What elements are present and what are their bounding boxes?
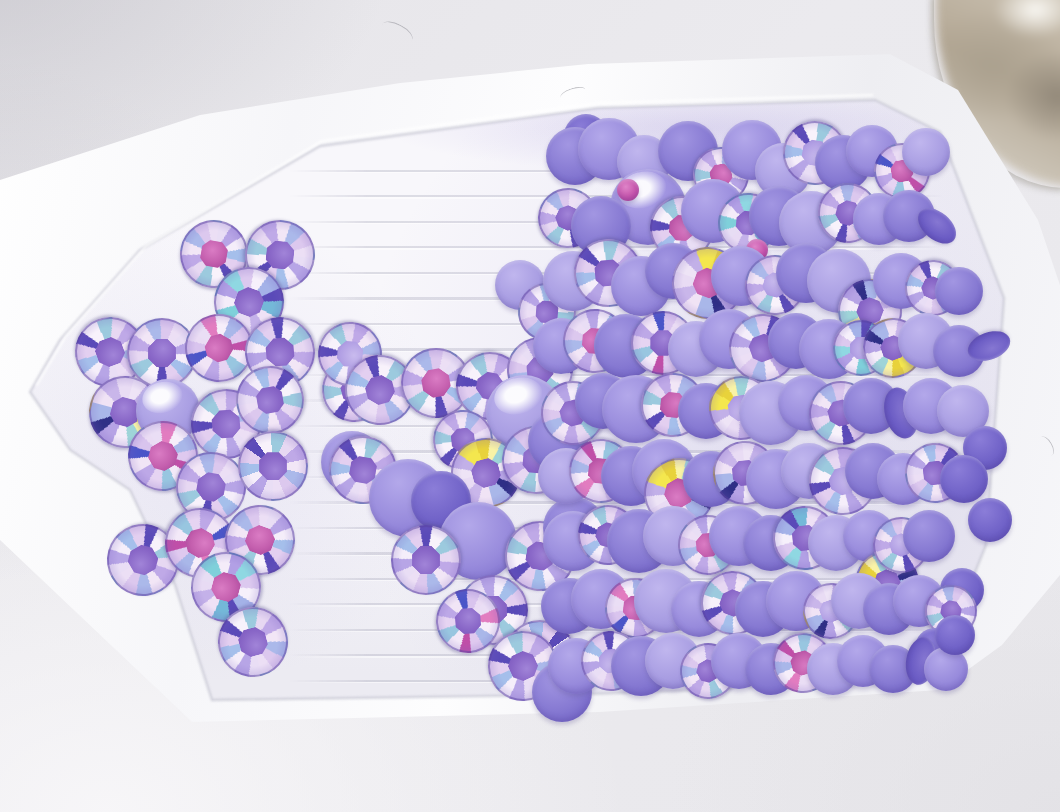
rhinestone-table-facet (259, 452, 287, 480)
rhinestone-face-down (968, 498, 1012, 542)
rhinestone-table-facet (231, 284, 267, 320)
rhinestone-table-facet (142, 333, 181, 372)
rhinestone-tray-photo (0, 0, 1060, 812)
rhinestone-table-facet (265, 240, 295, 270)
rhinestone-table-facet (209, 570, 243, 604)
rhinestone-table-facet (469, 456, 503, 490)
rhinestone-table-facet (406, 540, 445, 579)
rhinestone-mini (617, 179, 639, 201)
rhinestone-face-down (903, 510, 955, 562)
rhinestone-table-facet (92, 334, 128, 370)
rhinestone-face-down (940, 455, 988, 503)
rhinestone-table-facet (242, 522, 278, 558)
rhinestone-face-down (935, 267, 983, 315)
rhinestone-face-down (902, 128, 950, 176)
rhinestone-table-facet (123, 540, 162, 579)
rhinestone-table-facet (201, 330, 238, 367)
rhinestone-face-up (238, 431, 308, 501)
rhinestone-table-facet (236, 625, 270, 659)
rhinestone-table-facet (254, 384, 285, 415)
rhinestone-table-facet (198, 238, 229, 269)
rhinestone-table-facet (192, 468, 231, 507)
dust-fiber (378, 17, 416, 48)
rhinestone-table-facet (417, 364, 456, 403)
rhinestone-face-down (935, 615, 975, 655)
rhinestone-table-facet (144, 437, 182, 475)
rhinestone-table-facet (361, 371, 399, 409)
rhinestone-table-facet (450, 603, 486, 639)
